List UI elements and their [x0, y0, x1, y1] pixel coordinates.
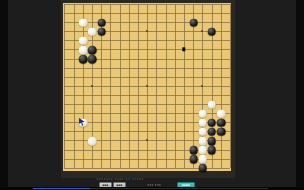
white-stone-D16 — [88, 28, 97, 37]
white-stone-Q7 — [198, 109, 207, 118]
star-point — [146, 85, 148, 87]
black-stone-P3 — [189, 146, 198, 155]
grid-line-h — [64, 104, 230, 105]
grid-line-v — [230, 4, 231, 168]
black-stone-D14 — [88, 46, 97, 55]
video-frame: ∙∙∙∙∙∙∙ ∙∙∙∙ ∙∙ ∙∙∙∙∙ ▪▪▪ ▪▪▪ ∙∙∙ ∙∙∙ ▪▪… — [0, 0, 304, 190]
square-marker-O14 — [182, 48, 185, 51]
star-point — [91, 85, 93, 87]
white-stone-Q5 — [198, 128, 207, 137]
white-stone-C14 — [79, 46, 88, 55]
grid-line-h — [64, 40, 230, 41]
star-point — [201, 30, 203, 32]
black-stone-R6 — [208, 119, 217, 128]
black-stone-Q1 — [198, 164, 207, 173]
white-stone-Q6 — [198, 119, 207, 128]
seekbar-played — [33, 188, 90, 190]
black-stone-P17 — [189, 18, 198, 27]
grid-line-h — [64, 22, 230, 23]
black-stone-D13 — [88, 55, 97, 64]
white-stone-Q4 — [198, 137, 207, 146]
white-stone-S7 — [217, 109, 226, 118]
black-stone-R5 — [208, 128, 217, 137]
white-stone-Q2 — [198, 155, 207, 164]
go-board[interactable] — [63, 3, 232, 172]
black-stone-R4 — [208, 137, 217, 146]
white-stone-C17 — [79, 18, 88, 27]
white-stone-C15 — [79, 37, 88, 46]
black-stone-E17 — [97, 18, 106, 27]
star-point — [146, 30, 148, 32]
left-letterbox — [0, 0, 8, 190]
go-board-frame — [61, 0, 235, 178]
right-letterbox — [296, 0, 304, 190]
grid-line-h — [64, 95, 230, 96]
black-stone-C13 — [79, 55, 88, 64]
black-stone-P2 — [189, 155, 198, 164]
grid-line-h — [64, 77, 230, 78]
black-stone-E16 — [97, 28, 106, 37]
move-status-text: ∙∙∙∙∙∙∙ ∙∙∙∙ ∙∙ ∙∙∙∙∙ — [88, 177, 152, 182]
grid-line-h — [64, 4, 230, 5]
white-stone-Q3 — [198, 146, 207, 155]
seekbar-buffered — [90, 188, 268, 190]
grid-line-h — [64, 68, 230, 69]
black-stone-S6 — [217, 119, 226, 128]
white-stone-R8 — [208, 100, 217, 109]
star-point — [201, 85, 203, 87]
white-stone-D4 — [88, 137, 97, 146]
black-stone-S5 — [217, 128, 226, 137]
grid-line-h — [64, 13, 230, 14]
video-seekbar[interactable] — [0, 187, 304, 190]
star-point — [146, 139, 148, 141]
black-stone-R3 — [208, 146, 217, 155]
black-stone-R16 — [208, 28, 217, 37]
